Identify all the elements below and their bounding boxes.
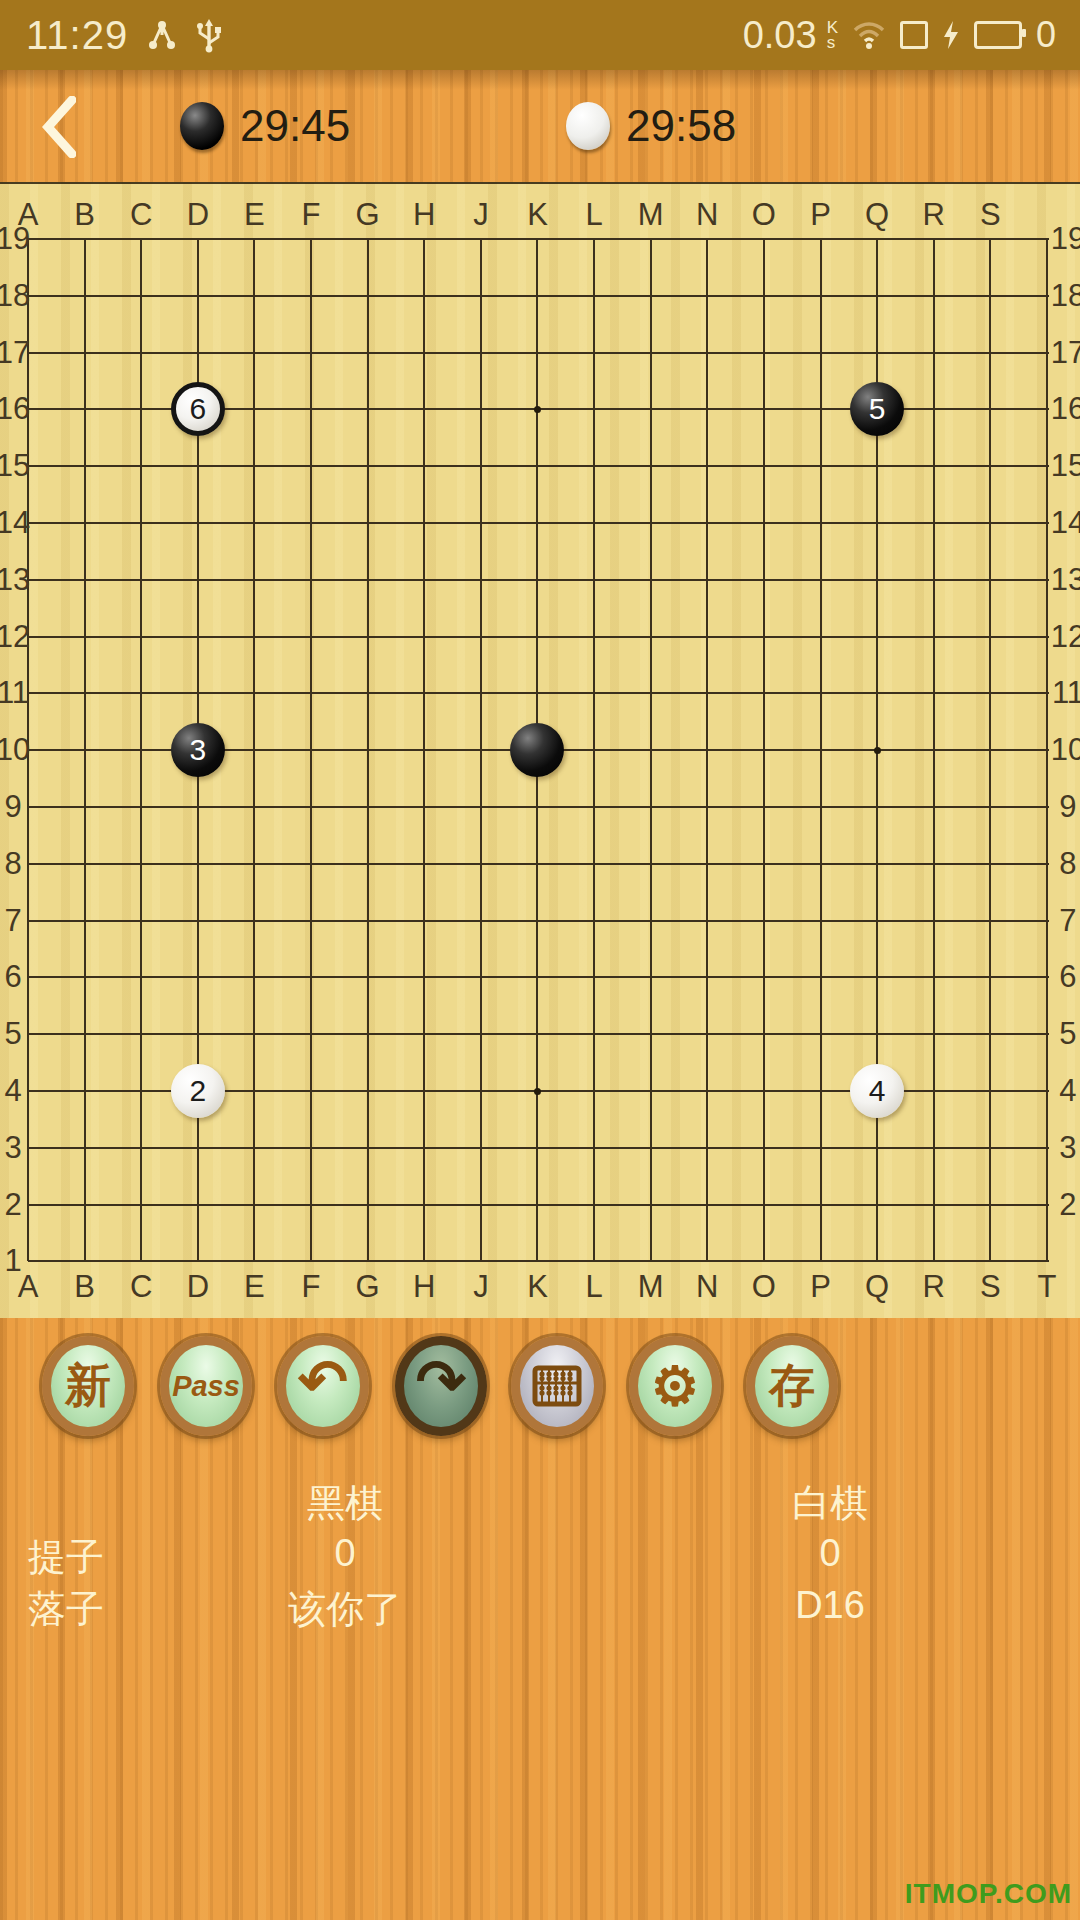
go-board[interactable]: ABCDEFGHJKLMNOPQRSABCDEFGHJKLMNOPQRST191… xyxy=(0,182,1080,1318)
black-stone-icon xyxy=(180,102,224,150)
coord-bottom-letter: G xyxy=(348,1269,388,1305)
charging-bolt-icon xyxy=(942,20,960,50)
grid-line-vertical xyxy=(650,239,652,1261)
back-chevron-icon xyxy=(42,96,76,158)
coord-right-number: 18 xyxy=(1053,278,1080,314)
coord-bottom-letter: O xyxy=(744,1269,784,1305)
wifi-icon xyxy=(852,21,886,49)
game-header: 29:45 29:58 xyxy=(0,70,1080,182)
coord-left-number: 12 xyxy=(0,619,26,655)
settings-icon: ⚙ xyxy=(651,1356,699,1416)
android-status-bar: 11:29 0.03 Ks xyxy=(0,0,1080,70)
coord-top-letter: D xyxy=(178,197,218,233)
coord-right-number: 12 xyxy=(1053,619,1080,655)
battery-level: 0 xyxy=(1036,14,1056,56)
stone-D4: 2 xyxy=(171,1064,225,1118)
coord-left-number: 18 xyxy=(0,278,26,314)
toolbar-button-pass[interactable]: Pass xyxy=(160,1336,252,1436)
black-move-status: 该你了 xyxy=(235,1584,455,1635)
coord-bottom-letter: S xyxy=(970,1269,1010,1305)
coord-right-number: 17 xyxy=(1053,335,1080,371)
coord-right-number: 9 xyxy=(1053,789,1080,825)
stone-K10 xyxy=(510,723,564,777)
grid-line-horizontal xyxy=(28,1204,1049,1206)
network-speed-unit: Ks xyxy=(827,20,838,50)
coord-top-letter: G xyxy=(348,197,388,233)
coord-left-number: 11 xyxy=(0,675,26,711)
coord-left-number: 10 xyxy=(0,732,26,768)
coord-right-number: 6 xyxy=(1053,959,1080,995)
redo-icon: ↷ xyxy=(416,1352,466,1412)
toolbar-button-score[interactable] xyxy=(511,1336,603,1436)
screen-cast-icon xyxy=(900,21,928,49)
coord-bottom-letter: K xyxy=(517,1269,557,1305)
abacus-icon xyxy=(532,1365,582,1407)
coord-right-number: 2 xyxy=(1053,1187,1080,1223)
pass-icon: Pass xyxy=(172,1370,240,1403)
grid-line-horizontal xyxy=(28,238,1049,240)
coord-top-letter: B xyxy=(65,197,105,233)
coord-top-letter: N xyxy=(687,197,727,233)
toolbar-button-redo[interactable]: ↷ xyxy=(395,1336,487,1436)
back-button[interactable] xyxy=(24,92,94,162)
grid-line-horizontal xyxy=(28,806,1049,808)
toolbar-button-settings[interactable]: ⚙ xyxy=(629,1336,721,1436)
coord-top-letter: C xyxy=(121,197,161,233)
white-clock-time: 29:58 xyxy=(626,101,736,151)
toolbar: 新Pass↶↷⚙存 xyxy=(0,1318,1080,1458)
star-point xyxy=(874,747,881,754)
stone-Q4: 4 xyxy=(850,1064,904,1118)
grid-line-horizontal xyxy=(28,976,1049,978)
last-move-row-label: 落子 xyxy=(28,1584,104,1635)
coord-top-letter: P xyxy=(801,197,841,233)
coord-top-letter: Q xyxy=(857,197,897,233)
battery-icon xyxy=(974,21,1022,49)
grid-line-horizontal xyxy=(28,692,1049,694)
grid-line-horizontal xyxy=(28,579,1049,581)
coord-left-number: 1 xyxy=(0,1243,26,1279)
coord-left-number: 19 xyxy=(0,221,26,257)
coord-right-number: 15 xyxy=(1053,448,1080,484)
coord-right-number: 7 xyxy=(1053,903,1080,939)
new-icon: 新 xyxy=(65,1355,111,1417)
coord-left-number: 15 xyxy=(0,448,26,484)
undo-icon: ↶ xyxy=(298,1352,348,1412)
coord-top-letter: H xyxy=(404,197,444,233)
coord-bottom-letter: T xyxy=(1027,1269,1067,1305)
coord-top-letter: L xyxy=(574,197,614,233)
captures-row-label: 提子 xyxy=(28,1532,104,1583)
grid-line-horizontal xyxy=(28,465,1049,467)
toolbar-button-save[interactable]: 存 xyxy=(746,1336,838,1436)
grid-line-vertical xyxy=(763,239,765,1261)
coord-top-letter: S xyxy=(970,197,1010,233)
save-icon: 存 xyxy=(769,1355,815,1417)
black-clock: 29:45 xyxy=(180,70,350,182)
coord-top-letter: F xyxy=(291,197,331,233)
coord-right-number: 5 xyxy=(1053,1016,1080,1052)
stone-D16: 6 xyxy=(171,382,225,436)
coord-bottom-letter: Q xyxy=(857,1269,897,1305)
coord-left-number: 14 xyxy=(0,505,26,541)
coord-right-number: 11 xyxy=(1053,675,1080,711)
coord-right-number: 13 xyxy=(1053,562,1080,598)
coord-left-number: 17 xyxy=(0,335,26,371)
coord-top-letter: K xyxy=(517,197,557,233)
grid-line-vertical xyxy=(989,239,991,1261)
star-point xyxy=(534,1088,541,1095)
coord-right-number: 10 xyxy=(1053,732,1080,768)
coord-bottom-letter: F xyxy=(291,1269,331,1305)
coord-bottom-letter: R xyxy=(914,1269,954,1305)
white-column-header: 白棋 xyxy=(720,1478,940,1529)
grid-line-horizontal xyxy=(28,1260,1049,1262)
white-clock: 29:58 xyxy=(566,70,736,182)
coord-right-number: 3 xyxy=(1053,1130,1080,1166)
grid-line-vertical xyxy=(706,239,708,1261)
coord-bottom-letter: E xyxy=(234,1269,274,1305)
coord-right-number: 19 xyxy=(1053,221,1080,257)
stone-Q16: 5 xyxy=(850,382,904,436)
white-stone-icon xyxy=(566,102,610,150)
grid-line-vertical xyxy=(593,239,595,1261)
grid-line-horizontal xyxy=(28,352,1049,354)
coord-left-number: 4 xyxy=(0,1073,26,1109)
grid-line-horizontal xyxy=(28,522,1049,524)
coord-left-number: 8 xyxy=(0,846,26,882)
coord-left-number: 5 xyxy=(0,1016,26,1052)
coord-left-number: 6 xyxy=(0,959,26,995)
black-captures-value: 0 xyxy=(235,1532,455,1575)
coord-left-number: 13 xyxy=(0,562,26,598)
coord-bottom-letter: D xyxy=(178,1269,218,1305)
usb-icon xyxy=(196,17,222,53)
coord-left-number: 3 xyxy=(0,1130,26,1166)
grid-line-horizontal xyxy=(28,863,1049,865)
grid-line-horizontal xyxy=(28,636,1049,638)
grid-line-horizontal xyxy=(28,1147,1049,1149)
clock-time: 11:29 xyxy=(26,13,128,58)
coord-left-number: 16 xyxy=(0,391,26,427)
coord-bottom-letter: B xyxy=(65,1269,105,1305)
coord-left-number: 9 xyxy=(0,789,26,825)
coord-bottom-letter: P xyxy=(801,1269,841,1305)
coord-right-number: 14 xyxy=(1053,505,1080,541)
toolbar-button-undo[interactable]: ↶ xyxy=(277,1336,369,1436)
network-speed: 0.03 xyxy=(743,14,817,57)
watermark: ITMOP.COM xyxy=(905,1878,1072,1910)
coord-right-number: 8 xyxy=(1053,846,1080,882)
coord-left-number: 7 xyxy=(0,903,26,939)
coord-top-letter: J xyxy=(461,197,501,233)
coord-bottom-letter: L xyxy=(574,1269,614,1305)
grid-line-vertical xyxy=(933,239,935,1261)
coord-bottom-letter: C xyxy=(121,1269,161,1305)
grid-line-horizontal xyxy=(28,920,1049,922)
coord-left-number: 2 xyxy=(0,1187,26,1223)
coord-bottom-letter: M xyxy=(631,1269,671,1305)
stone-D10: 3 xyxy=(171,723,225,777)
coord-top-letter: O xyxy=(744,197,784,233)
black-clock-time: 29:45 xyxy=(240,101,350,151)
star-point xyxy=(534,406,541,413)
black-column-header: 黑棋 xyxy=(235,1478,455,1529)
coord-right-number: 16 xyxy=(1053,391,1080,427)
grid-line-horizontal xyxy=(28,295,1049,297)
grid-line-horizontal xyxy=(28,1033,1049,1035)
white-captures-value: 0 xyxy=(720,1532,940,1575)
toolbar-button-new[interactable]: 新 xyxy=(42,1336,134,1436)
grid-line-vertical xyxy=(820,239,822,1261)
white-last-move-value: D16 xyxy=(720,1584,940,1627)
coord-top-letter: M xyxy=(631,197,671,233)
coord-top-letter: E xyxy=(234,197,274,233)
coord-bottom-letter: N xyxy=(687,1269,727,1305)
coord-bottom-letter: J xyxy=(461,1269,501,1305)
grid-line-vertical xyxy=(1046,239,1048,1261)
coord-bottom-letter: H xyxy=(404,1269,444,1305)
go-app-screen: 11:29 0.03 Ks xyxy=(0,0,1080,1920)
coord-top-letter: R xyxy=(914,197,954,233)
coord-right-number: 4 xyxy=(1053,1073,1080,1109)
share-icon xyxy=(148,19,176,51)
